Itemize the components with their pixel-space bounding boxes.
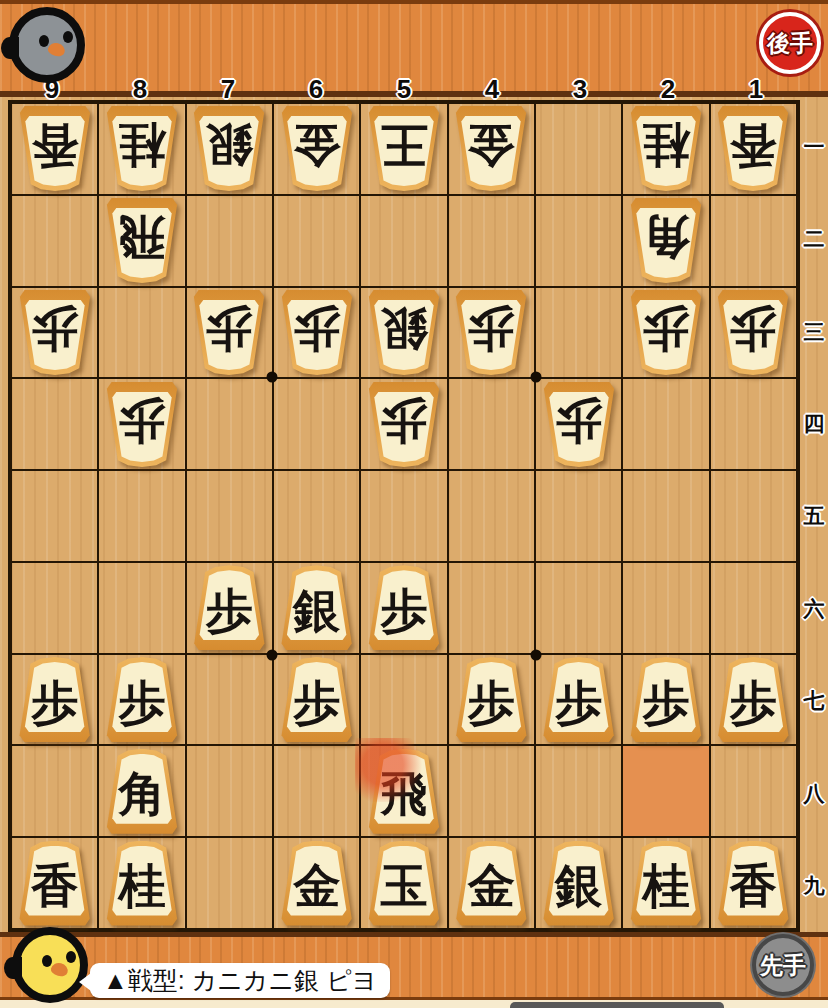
square-5九[interactable]: 玉 <box>360 837 447 929</box>
square-5六[interactable]: 歩 <box>360 562 447 654</box>
file-label-4: 4 <box>448 70 536 102</box>
koma-6七-歩[interactable]: 歩 <box>278 657 356 742</box>
square-9六[interactable] <box>11 562 98 654</box>
rank-label-三: 三 <box>800 285 828 377</box>
square-6五[interactable] <box>273 470 360 562</box>
koma-glyph: 歩 <box>190 290 268 375</box>
koma-7三-歩[interactable]: 歩 <box>190 290 268 375</box>
koma-8九-桂[interactable]: 桂 <box>103 841 181 926</box>
koma-glyph: 桂 <box>627 106 705 191</box>
koma-2七-歩[interactable]: 歩 <box>627 657 705 742</box>
square-4九[interactable]: 金 <box>448 837 535 929</box>
file-label-6: 6 <box>272 70 360 102</box>
koma-8七-歩[interactable]: 歩 <box>103 657 181 742</box>
koma-glyph: 金 <box>278 841 356 926</box>
koma-glyph: 歩 <box>627 290 705 375</box>
koma-glyph: 香 <box>16 841 94 926</box>
koma-glyph: 歩 <box>365 382 443 467</box>
gote-badge: 後手 <box>759 12 821 74</box>
square-8四[interactable]: 歩 <box>98 378 185 470</box>
koma-5三-銀[interactable]: 銀 <box>365 290 443 375</box>
square-1二[interactable] <box>710 195 797 287</box>
square-9七[interactable]: 歩 <box>11 654 98 746</box>
square-5一[interactable]: 王 <box>360 103 447 195</box>
square-6六[interactable]: 銀 <box>273 562 360 654</box>
koma-glyph: 歩 <box>365 565 443 650</box>
koma-9七-歩[interactable]: 歩 <box>16 657 94 742</box>
square-1三[interactable]: 歩 <box>710 287 797 379</box>
square-1八[interactable] <box>710 745 797 837</box>
koma-8四-歩[interactable]: 歩 <box>103 382 181 467</box>
square-6二[interactable] <box>273 195 360 287</box>
square-7二[interactable] <box>186 195 273 287</box>
square-3七[interactable]: 歩 <box>535 654 622 746</box>
square-3三[interactable] <box>535 287 622 379</box>
square-7七[interactable] <box>186 654 273 746</box>
koma-glyph: 桂 <box>627 841 705 926</box>
square-9一[interactable]: 香 <box>11 103 98 195</box>
koma-glyph: 銀 <box>278 565 356 650</box>
bird-eye-icon <box>42 955 52 967</box>
square-7四[interactable] <box>186 378 273 470</box>
square-9四[interactable] <box>11 378 98 470</box>
koma-1一-香[interactable]: 香 <box>714 106 792 191</box>
koma-glyph: 歩 <box>16 290 94 375</box>
square-4八[interactable] <box>448 745 535 837</box>
koma-5九-玉[interactable]: 玉 <box>365 841 443 926</box>
board-grid: 香桂銀金王金桂香飛角歩歩歩銀歩歩歩歩歩歩歩銀歩歩歩歩歩歩歩歩角飛香桂金玉金銀桂香 <box>8 100 800 932</box>
square-6三[interactable]: 歩 <box>273 287 360 379</box>
square-7八[interactable] <box>186 745 273 837</box>
rank-label-九: 九 <box>800 840 828 932</box>
square-4四[interactable] <box>448 378 535 470</box>
koma-glyph: 香 <box>16 106 94 191</box>
koma-glyph: 歩 <box>452 657 530 742</box>
rank-label-五: 五 <box>800 470 828 562</box>
square-2九[interactable]: 桂 <box>622 837 709 929</box>
square-4五[interactable] <box>448 470 535 562</box>
rank-label-六: 六 <box>800 562 828 654</box>
koma-glyph: 飛 <box>365 749 443 834</box>
koma-glyph: 歩 <box>103 382 181 467</box>
koma-5一-王[interactable]: 王 <box>365 106 443 191</box>
bottom-sheet-handle[interactable] <box>510 1002 724 1008</box>
koma-3四-歩[interactable]: 歩 <box>540 382 618 467</box>
sente-badge: 先手 <box>752 934 814 996</box>
koma-glyph: 歩 <box>540 382 618 467</box>
koma-glyph: 角 <box>103 749 181 834</box>
koma-glyph: 歩 <box>278 290 356 375</box>
square-6八[interactable] <box>273 745 360 837</box>
square-7九[interactable] <box>186 837 273 929</box>
square-2二[interactable]: 角 <box>622 195 709 287</box>
square-8六[interactable] <box>98 562 185 654</box>
square-7五[interactable] <box>186 470 273 562</box>
koma-glyph: 銀 <box>540 841 618 926</box>
rank-label-一: 一 <box>800 100 828 192</box>
koma-1九-香[interactable]: 香 <box>714 841 792 926</box>
square-4二[interactable] <box>448 195 535 287</box>
square-5七[interactable] <box>360 654 447 746</box>
square-2四[interactable] <box>622 378 709 470</box>
square-6四[interactable] <box>273 378 360 470</box>
square-2八[interactable] <box>622 745 709 837</box>
koma-9九-香[interactable]: 香 <box>16 841 94 926</box>
koma-glyph: 銀 <box>365 290 443 375</box>
koma-5四-歩[interactable]: 歩 <box>365 382 443 467</box>
square-8七[interactable]: 歩 <box>98 654 185 746</box>
koma-glyph: 歩 <box>627 657 705 742</box>
file-label-8: 8 <box>96 70 184 102</box>
koma-4一-金[interactable]: 金 <box>452 106 530 191</box>
file-label-3: 3 <box>536 70 624 102</box>
koma-6一-金[interactable]: 金 <box>278 106 356 191</box>
koma-glyph: 歩 <box>540 657 618 742</box>
sente-chick-avatar-icon <box>12 927 88 1003</box>
square-8三[interactable] <box>98 287 185 379</box>
bird-eye-icon <box>63 31 73 43</box>
square-9二[interactable] <box>11 195 98 287</box>
koma-5六-歩[interactable]: 歩 <box>365 565 443 650</box>
square-1七[interactable]: 歩 <box>710 654 797 746</box>
file-label-5: 5 <box>360 70 448 102</box>
square-5八[interactable]: 飛 <box>360 745 447 837</box>
square-1一[interactable]: 香 <box>710 103 797 195</box>
koma-3七-歩[interactable]: 歩 <box>540 657 618 742</box>
rank-label-四: 四 <box>800 377 828 469</box>
koma-3九-銀[interactable]: 銀 <box>540 841 618 926</box>
koma-glyph: 金 <box>278 106 356 191</box>
koma-glyph: 金 <box>452 106 530 191</box>
opening-caption-bubble: ▲戦型: カニカニ銀 ピヨ <box>90 963 390 998</box>
square-4六[interactable] <box>448 562 535 654</box>
koma-7一-銀[interactable]: 銀 <box>190 106 268 191</box>
koma-glyph: 玉 <box>365 841 443 926</box>
koma-1七-歩[interactable]: 歩 <box>714 657 792 742</box>
square-4七[interactable]: 歩 <box>448 654 535 746</box>
koma-2二-角[interactable]: 角 <box>627 198 705 283</box>
file-labels: 987654321 <box>8 70 800 102</box>
square-4三[interactable]: 歩 <box>448 287 535 379</box>
file-label-1: 1 <box>712 70 800 102</box>
square-2五[interactable] <box>622 470 709 562</box>
square-8五[interactable] <box>98 470 185 562</box>
koma-2九-桂[interactable]: 桂 <box>627 841 705 926</box>
koma-9一-香[interactable]: 香 <box>16 106 94 191</box>
koma-8二-飛[interactable]: 飛 <box>103 198 181 283</box>
square-1九[interactable]: 香 <box>710 837 797 929</box>
star-point <box>531 650 542 661</box>
koma-glyph: 歩 <box>190 565 268 650</box>
square-8八[interactable]: 角 <box>98 745 185 837</box>
koma-glyph: 角 <box>627 198 705 283</box>
square-8九[interactable]: 桂 <box>98 837 185 929</box>
rank-label-八: 八 <box>800 747 828 839</box>
square-3一[interactable] <box>535 103 622 195</box>
koma-glyph: 歩 <box>452 290 530 375</box>
koma-glyph: 王 <box>365 106 443 191</box>
koma-glyph: 桂 <box>103 841 181 926</box>
bird-beak-icon <box>47 41 67 58</box>
square-5三[interactable]: 銀 <box>360 287 447 379</box>
square-6七[interactable]: 歩 <box>273 654 360 746</box>
square-2七[interactable]: 歩 <box>622 654 709 746</box>
koma-glyph: 銀 <box>190 106 268 191</box>
koma-glyph: 歩 <box>714 657 792 742</box>
square-9三[interactable]: 歩 <box>11 287 98 379</box>
square-3四[interactable]: 歩 <box>535 378 622 470</box>
square-9九[interactable]: 香 <box>11 837 98 929</box>
square-5四[interactable]: 歩 <box>360 378 447 470</box>
square-3六[interactable] <box>535 562 622 654</box>
koma-glyph: 歩 <box>278 657 356 742</box>
square-5二[interactable] <box>360 195 447 287</box>
file-label-7: 7 <box>184 70 272 102</box>
square-1四[interactable] <box>710 378 797 470</box>
koma-glyph: 飛 <box>103 198 181 283</box>
koma-4九-金[interactable]: 金 <box>452 841 530 926</box>
square-9五[interactable] <box>11 470 98 562</box>
square-8二[interactable]: 飛 <box>98 195 185 287</box>
square-2六[interactable] <box>622 562 709 654</box>
koma-glyph: 香 <box>714 106 792 191</box>
koma-4三-歩[interactable]: 歩 <box>452 290 530 375</box>
koma-2三-歩[interactable]: 歩 <box>627 290 705 375</box>
koma-6三-歩[interactable]: 歩 <box>278 290 356 375</box>
koma-8八-角[interactable]: 角 <box>103 749 181 834</box>
gote-badge-label: 後手 <box>767 28 813 59</box>
koma-7六-歩[interactable]: 歩 <box>190 565 268 650</box>
bird-eye-icon <box>39 35 49 47</box>
bird-eye-icon <box>66 951 76 963</box>
square-4一[interactable]: 金 <box>448 103 535 195</box>
rank-labels: 一二三四五六七八九 <box>800 100 828 932</box>
square-2一[interactable]: 桂 <box>622 103 709 195</box>
square-7三[interactable]: 歩 <box>186 287 273 379</box>
square-1六[interactable] <box>710 562 797 654</box>
koma-glyph: 金 <box>452 841 530 926</box>
bird-beak-icon <box>50 961 70 978</box>
koma-glyph: 歩 <box>714 290 792 375</box>
koma-5八-飛[interactable]: 飛 <box>365 749 443 834</box>
square-3二[interactable] <box>535 195 622 287</box>
star-point <box>267 372 278 383</box>
square-7一[interactable]: 銀 <box>186 103 273 195</box>
rank-label-七: 七 <box>800 655 828 747</box>
star-point <box>267 650 278 661</box>
koma-4七-歩[interactable]: 歩 <box>452 657 530 742</box>
koma-glyph: 香 <box>714 841 792 926</box>
square-9八[interactable] <box>11 745 98 837</box>
square-6一[interactable]: 金 <box>273 103 360 195</box>
star-point <box>531 372 542 383</box>
koma-6九-金[interactable]: 金 <box>278 841 356 926</box>
sente-badge-label: 先手 <box>760 950 806 981</box>
koma-1三-歩[interactable]: 歩 <box>714 290 792 375</box>
square-2三[interactable]: 歩 <box>622 287 709 379</box>
square-3八[interactable] <box>535 745 622 837</box>
square-3九[interactable]: 銀 <box>535 837 622 929</box>
gote-bird-avatar-icon <box>9 7 85 83</box>
square-8一[interactable]: 桂 <box>98 103 185 195</box>
square-7六[interactable]: 歩 <box>186 562 273 654</box>
koma-2一-桂[interactable]: 桂 <box>627 106 705 191</box>
square-3五[interactable] <box>535 470 622 562</box>
shogi-app: 後手 987654321 一二三四五六七八九 香桂銀金王金桂香飛角歩歩歩銀歩歩歩… <box>0 0 828 1008</box>
square-1五[interactable] <box>710 470 797 562</box>
koma-glyph: 歩 <box>103 657 181 742</box>
file-label-2: 2 <box>624 70 712 102</box>
square-6九[interactable]: 金 <box>273 837 360 929</box>
koma-glyph: 桂 <box>103 106 181 191</box>
square-5五[interactable] <box>360 470 447 562</box>
opening-caption-text: ▲戦型: カニカニ銀 ピヨ <box>103 964 377 997</box>
koma-8一-桂[interactable]: 桂 <box>103 106 181 191</box>
koma-6六-銀[interactable]: 銀 <box>278 565 356 650</box>
koma-9三-歩[interactable]: 歩 <box>16 290 94 375</box>
koma-glyph: 歩 <box>16 657 94 742</box>
rank-label-二: 二 <box>800 192 828 284</box>
bottom-strip <box>0 1000 828 1008</box>
